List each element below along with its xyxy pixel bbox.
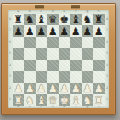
square-e7[interactable]: ♟ <box>59 25 71 37</box>
rank-label-right-1: 1 <box>105 94 109 106</box>
white-knight-b1[interactable]: ♞ <box>25 94 34 105</box>
rank-label-left-3: 3 <box>8 71 12 83</box>
square-c7[interactable]: ♟ <box>36 25 48 37</box>
hanger-bracket-left-icon <box>35 5 44 8</box>
black-knight-g8[interactable]: ♞ <box>83 14 92 25</box>
black-pawn-c7[interactable]: ♟ <box>37 25 46 36</box>
square-a1[interactable]: ♜ <box>13 94 25 106</box>
rank-label-left-7: 7 <box>8 25 12 37</box>
white-pawn-e2[interactable]: ♟ <box>60 83 69 94</box>
white-pawn-g2[interactable]: ♟ <box>83 83 92 94</box>
white-rook-a1[interactable]: ♜ <box>14 94 23 105</box>
white-bishop-f1[interactable]: ♝ <box>71 94 80 105</box>
square-a7[interactable]: ♟ <box>13 25 25 37</box>
board-frame: abcdefgh abcdefgh 87654321 87654321 ♜♞♝♛… <box>1 3 116 115</box>
square-g7[interactable]: ♟ <box>82 25 94 37</box>
black-pawn-d7[interactable]: ♟ <box>48 25 57 36</box>
square-f6[interactable] <box>70 37 82 49</box>
square-d4[interactable] <box>47 60 59 72</box>
square-b1[interactable]: ♞ <box>24 94 36 106</box>
black-pawn-g7[interactable]: ♟ <box>83 25 92 36</box>
square-h1[interactable]: ♜ <box>93 94 105 106</box>
square-b7[interactable]: ♟ <box>24 25 36 37</box>
board-surface: abcdefgh abcdefgh 87654321 87654321 ♜♞♝♛… <box>8 10 109 108</box>
square-f4[interactable] <box>70 60 82 72</box>
rank-label-left-4: 4 <box>8 60 12 72</box>
white-pawn-b2[interactable]: ♟ <box>25 83 34 94</box>
white-queen-d1[interactable]: ♛ <box>48 94 57 105</box>
rank-label-right-3: 3 <box>105 71 109 83</box>
square-g1[interactable]: ♞ <box>82 94 94 106</box>
white-bishop-c1[interactable]: ♝ <box>37 94 46 105</box>
rank-label-left-2: 2 <box>8 83 12 95</box>
rank-label-right-4: 4 <box>105 60 109 72</box>
square-h7[interactable]: ♟ <box>93 25 105 37</box>
rank-label-right-6: 6 <box>105 37 109 49</box>
white-pawn-h2[interactable]: ♟ <box>94 83 103 94</box>
chess-board: ♜♞♝♛♚♝♞♜♟♟♟♟♟♟♟♟♟♟♟♟♟♟♟♟♜♞♝♛♚♝♞♜ <box>13 14 105 106</box>
rank-label-right-7: 7 <box>105 25 109 37</box>
black-pawn-a7[interactable]: ♟ <box>14 25 23 36</box>
white-pawn-d2[interactable]: ♟ <box>48 83 57 94</box>
square-c1[interactable]: ♝ <box>36 94 48 106</box>
square-a6[interactable] <box>13 37 25 49</box>
white-rook-h1[interactable]: ♜ <box>94 94 103 105</box>
rank-label-left-1: 1 <box>8 94 12 106</box>
black-pawn-h7[interactable]: ♟ <box>94 25 103 36</box>
black-pawn-e7[interactable]: ♟ <box>60 25 69 36</box>
square-g6[interactable] <box>82 37 94 49</box>
square-f7[interactable]: ♟ <box>70 25 82 37</box>
rank-label-right-8: 8 <box>105 14 109 26</box>
white-knight-g1[interactable]: ♞ <box>83 94 92 105</box>
square-d1[interactable]: ♛ <box>47 94 59 106</box>
black-pawn-b7[interactable]: ♟ <box>25 25 34 36</box>
square-b6[interactable] <box>24 37 36 49</box>
black-bishop-f8[interactable]: ♝ <box>71 14 80 25</box>
rank-label-left-8: 8 <box>8 14 12 26</box>
square-h5[interactable] <box>93 48 105 60</box>
square-g5[interactable] <box>82 48 94 60</box>
square-h6[interactable] <box>93 37 105 49</box>
black-bishop-c8[interactable]: ♝ <box>37 14 46 25</box>
white-king-e1[interactable]: ♚ <box>60 94 69 105</box>
square-d7[interactable]: ♟ <box>47 25 59 37</box>
square-e5[interactable] <box>59 48 71 60</box>
black-knight-b8[interactable]: ♞ <box>25 14 34 25</box>
white-pawn-c2[interactable]: ♟ <box>37 83 46 94</box>
square-a4[interactable] <box>13 60 25 72</box>
square-h4[interactable] <box>93 60 105 72</box>
rank-label-right-2: 2 <box>105 83 109 95</box>
white-pawn-f2[interactable]: ♟ <box>71 83 80 94</box>
square-a5[interactable] <box>13 48 25 60</box>
square-e6[interactable] <box>59 37 71 49</box>
square-d5[interactable] <box>47 48 59 60</box>
square-f1[interactable]: ♝ <box>70 94 82 106</box>
rank-labels-left: 87654321 <box>8 14 12 106</box>
square-g4[interactable] <box>82 60 94 72</box>
hanger-bracket-right-icon <box>71 5 80 8</box>
square-b4[interactable] <box>24 60 36 72</box>
black-queen-d8[interactable]: ♛ <box>48 14 57 25</box>
rank-label-left-5: 5 <box>8 48 12 60</box>
square-c5[interactable] <box>36 48 48 60</box>
black-king-e8[interactable]: ♚ <box>60 14 69 25</box>
white-pawn-a2[interactable]: ♟ <box>14 83 23 94</box>
wall-background: abcdefgh abcdefgh 87654321 87654321 ♜♞♝♛… <box>0 0 120 120</box>
square-c6[interactable] <box>36 37 48 49</box>
rank-labels-right: 87654321 <box>105 14 109 106</box>
black-pawn-f7[interactable]: ♟ <box>71 25 80 36</box>
rank-label-right-5: 5 <box>105 48 109 60</box>
square-d6[interactable] <box>47 37 59 49</box>
square-f5[interactable] <box>70 48 82 60</box>
square-c4[interactable] <box>36 60 48 72</box>
square-e1[interactable]: ♚ <box>59 94 71 106</box>
square-b5[interactable] <box>24 48 36 60</box>
square-e4[interactable] <box>59 60 71 72</box>
black-rook-h8[interactable]: ♜ <box>94 14 103 25</box>
black-rook-a8[interactable]: ♜ <box>14 14 23 25</box>
rank-label-left-6: 6 <box>8 37 12 49</box>
